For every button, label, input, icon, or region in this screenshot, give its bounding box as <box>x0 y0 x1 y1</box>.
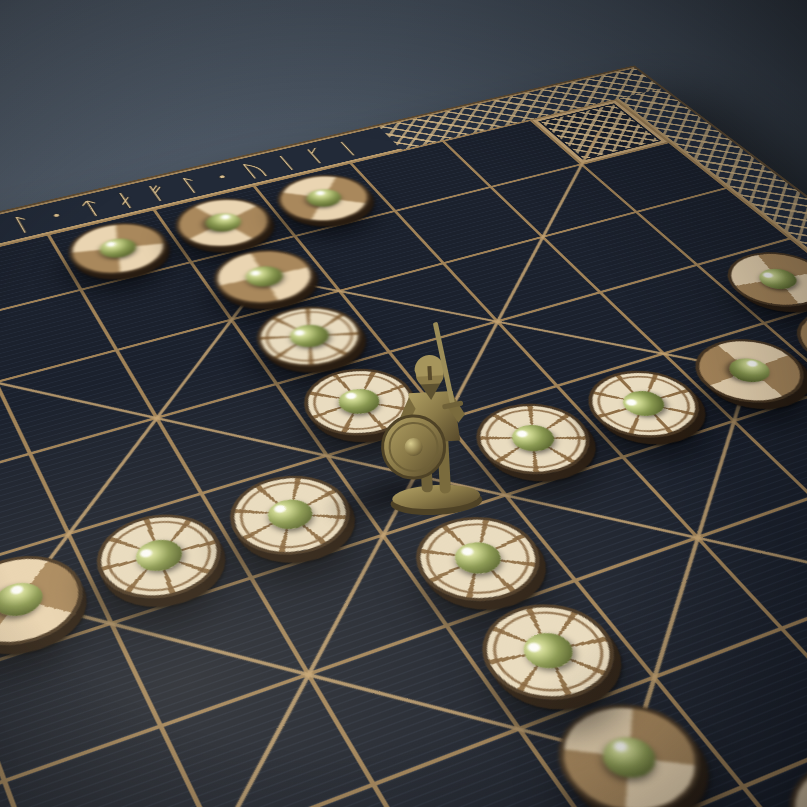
king-piece[interactable] <box>357 312 507 519</box>
shield-boss-icon <box>127 534 191 578</box>
shield-boss-icon <box>302 188 345 209</box>
shield-boss-icon <box>284 321 335 351</box>
shield-boss-icon <box>100 237 138 259</box>
king-figurine-graphic <box>376 319 483 518</box>
shield-boss-icon <box>514 626 583 676</box>
shield-boss-icon <box>615 386 673 421</box>
photo-of-hnefatafl-board: { "game": { "name": "Hnefatafl (Tablut)"… <box>0 0 807 807</box>
shield-boss-icon <box>450 539 505 576</box>
shield-boss-icon <box>505 421 561 455</box>
shield-boss-icon <box>0 579 51 621</box>
shield-boss-icon <box>241 263 287 289</box>
shield-boss-icon <box>199 210 249 236</box>
shield-boss-icon <box>601 734 656 781</box>
shield-boss-icon <box>264 496 317 532</box>
shield-boss-icon <box>753 267 803 292</box>
shield-boss-icon <box>721 354 778 386</box>
